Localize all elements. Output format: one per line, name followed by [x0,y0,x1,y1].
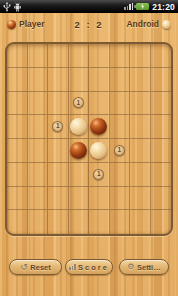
cell-e7[interactable] [89,187,110,211]
cell-b7[interactable] [28,187,49,211]
status-clock: 21:20 [152,2,175,12]
cell-b5[interactable] [28,139,49,163]
cell-d5[interactable] [69,139,90,163]
settings-button-label: Setti… [137,263,161,272]
cell-a3[interactable] [7,92,28,116]
status-right-icons: 21:20 [124,2,175,12]
cell-d6[interactable] [69,163,90,187]
cell-e6[interactable]: 1 [89,163,110,187]
cell-b3[interactable] [28,92,49,116]
score-text: 2 : 2 [74,19,103,30]
cell-a8[interactable] [7,210,28,234]
usb-icon [3,2,11,12]
cell-a5[interactable] [7,139,28,163]
cell-h6[interactable] [151,163,172,187]
status-left-icons [3,2,22,12]
score-button[interactable]: Score [65,259,113,275]
app-screen: 21:20 Player 2 : 2 Android 1111 Score ↺ … [0,0,178,296]
board: 1111 [5,42,173,236]
cell-f4[interactable] [110,115,131,139]
android-side: Android [126,19,171,29]
hint-marker-f5[interactable]: 1 [114,145,125,156]
cell-h7[interactable] [151,187,172,211]
cell-g3[interactable] [130,92,151,116]
cell-b4[interactable] [28,115,49,139]
hint-marker-c4[interactable]: 1 [52,121,63,132]
reset-button[interactable]: ↺ Reset [9,259,62,275]
cell-b6[interactable] [28,163,49,187]
cell-c6[interactable] [48,163,69,187]
settings-button[interactable]: ⚙ Setti… [119,259,169,275]
cell-e3[interactable] [89,92,110,116]
cell-a6[interactable] [7,163,28,187]
cell-d8[interactable] [69,210,90,234]
cell-f7[interactable] [110,187,131,211]
undo-icon: ↺ [20,263,28,272]
android-label: Android [126,19,159,29]
cell-a7[interactable] [7,187,28,211]
status-bar: 21:20 [0,0,178,13]
cell-e5[interactable] [89,139,110,163]
button-bar: Score ↺ Reset ⚙ Setti… [0,259,178,275]
cell-c7[interactable] [48,187,69,211]
usb-debug-icon [13,2,22,12]
cell-e2[interactable] [89,68,110,92]
cell-c4[interactable]: 1 [48,115,69,139]
gear-icon: ⚙ [127,263,134,271]
cell-g6[interactable] [130,163,151,187]
cell-f2[interactable] [110,68,131,92]
cell-g4[interactable] [130,115,151,139]
bar-chart-icon [69,264,76,270]
charging-bolt-icon [136,3,149,10]
cell-d2[interactable] [69,68,90,92]
cell-g5[interactable] [130,139,151,163]
cell-f3[interactable] [110,92,131,116]
cell-d4[interactable] [69,115,90,139]
piece-light [90,142,107,159]
cell-c8[interactable] [48,210,69,234]
cell-f8[interactable] [110,210,131,234]
cell-f1[interactable] [110,44,131,68]
cell-e8[interactable] [89,210,110,234]
cell-c1[interactable] [48,44,69,68]
score-button-label: Score [78,263,109,272]
player-disc-icon [7,20,16,29]
piece-dark [90,118,107,135]
score-header: Player 2 : 2 Android [0,13,178,35]
cell-b2[interactable] [28,68,49,92]
player-label: Player [19,19,45,29]
signal-icon [124,3,133,11]
piece-light [70,118,87,135]
cell-g1[interactable] [130,44,151,68]
cell-d3[interactable]: 1 [69,92,90,116]
cell-e1[interactable] [89,44,110,68]
cell-h1[interactable] [151,44,172,68]
cell-h5[interactable] [151,139,172,163]
cell-b1[interactable] [28,44,49,68]
cell-g8[interactable] [130,210,151,234]
cell-c3[interactable] [48,92,69,116]
piece-dark [70,142,87,159]
cell-h2[interactable] [151,68,172,92]
cell-a2[interactable] [7,68,28,92]
hint-marker-d3[interactable]: 1 [73,97,84,108]
cell-d1[interactable] [69,44,90,68]
player-side: Player [7,19,45,29]
cell-d7[interactable] [69,187,90,211]
hint-marker-e6[interactable]: 1 [93,169,104,180]
cell-c5[interactable] [48,139,69,163]
cell-g7[interactable] [130,187,151,211]
reset-button-label: Reset [30,263,50,272]
cell-g2[interactable] [130,68,151,92]
cell-c2[interactable] [48,68,69,92]
battery-icon [136,3,149,10]
cell-f6[interactable] [110,163,131,187]
cell-a4[interactable] [7,115,28,139]
cell-f5[interactable]: 1 [110,139,131,163]
android-disc-icon [162,20,171,29]
cell-b8[interactable] [28,210,49,234]
cell-h4[interactable] [151,115,172,139]
cell-h8[interactable] [151,210,172,234]
cell-h3[interactable] [151,92,172,116]
cell-a1[interactable] [7,44,28,68]
cell-e4[interactable] [89,115,110,139]
